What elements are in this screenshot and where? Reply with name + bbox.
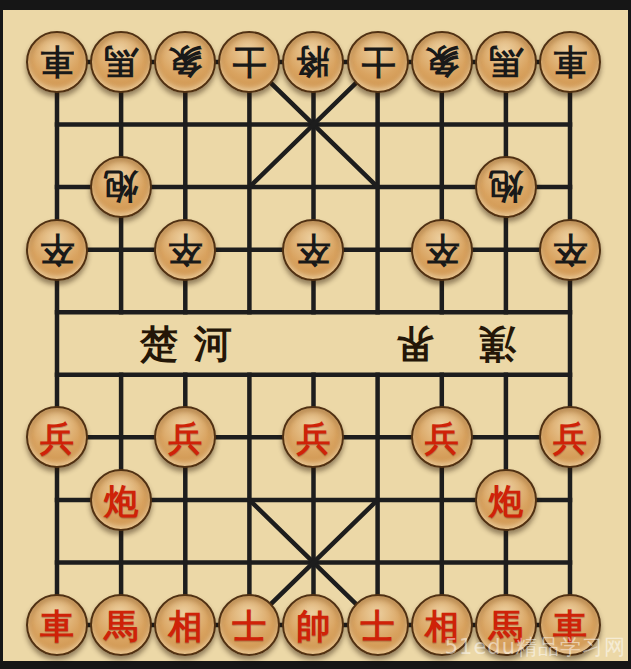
piece-glyph: 馬: [104, 609, 138, 643]
piece-layer: 車馬象士將士象馬車炮炮卒卒卒卒卒兵兵兵兵兵炮炮車馬相士帥士相馬車: [25, 31, 602, 657]
piece-glyph: 將: [296, 45, 330, 79]
piece-red-p-f3r7[interactable]: 兵: [154, 406, 216, 468]
piece-black-n-f8r1[interactable]: 馬: [475, 31, 537, 93]
xiangqi-app: 楚河 漢界 車馬象士將士象馬車炮炮卒卒卒卒卒兵兵兵兵兵炮炮車馬相士帥士相馬車 5…: [0, 0, 631, 669]
piece-red-r-f1r10[interactable]: 車: [26, 594, 88, 656]
piece-red-p-f5r7[interactable]: 兵: [282, 406, 344, 468]
watermark: 51edu精品学习网: [445, 633, 626, 661]
piece-glyph: 卒: [425, 233, 459, 267]
piece-black-p-f7r4[interactable]: 卒: [411, 219, 473, 281]
piece-glyph: 士: [232, 45, 266, 79]
piece-glyph: 兵: [553, 421, 587, 455]
piece-glyph: 帥: [296, 609, 330, 643]
piece-black-c-f2r3[interactable]: 炮: [90, 156, 152, 218]
piece-glyph: 馬: [489, 45, 523, 79]
piece-glyph: 車: [40, 609, 74, 643]
piece-glyph: 炮: [489, 170, 523, 204]
piece-red-p-f9r7[interactable]: 兵: [539, 406, 601, 468]
piece-black-a-f4r1[interactable]: 士: [218, 31, 280, 93]
piece-red-p-f7r7[interactable]: 兵: [411, 406, 473, 468]
piece-red-b-f3r10[interactable]: 相: [154, 594, 216, 656]
piece-black-r-f9r1[interactable]: 車: [539, 31, 601, 93]
piece-glyph: 兵: [40, 421, 74, 455]
piece-red-p-f1r7[interactable]: 兵: [26, 406, 88, 468]
piece-glyph: 卒: [40, 233, 74, 267]
piece-black-r-f1r1[interactable]: 車: [26, 31, 88, 93]
piece-black-k-f5r1[interactable]: 將: [282, 31, 344, 93]
piece-red-c-f8r8[interactable]: 炮: [475, 469, 537, 531]
piece-glyph: 象: [168, 45, 202, 79]
piece-glyph: 炮: [104, 484, 138, 518]
piece-black-p-f3r4[interactable]: 卒: [154, 219, 216, 281]
piece-glyph: 士: [361, 45, 395, 79]
piece-black-a-f6r1[interactable]: 士: [347, 31, 409, 93]
piece-glyph: 相: [168, 609, 202, 643]
piece-glyph: 卒: [553, 233, 587, 267]
piece-black-b-f7r1[interactable]: 象: [411, 31, 473, 93]
piece-glyph: 炮: [104, 170, 138, 204]
piece-black-b-f3r1[interactable]: 象: [154, 31, 216, 93]
piece-black-n-f2r1[interactable]: 馬: [90, 31, 152, 93]
piece-glyph: 炮: [489, 484, 523, 518]
piece-red-n-f2r10[interactable]: 馬: [90, 594, 152, 656]
piece-glyph: 兵: [296, 421, 330, 455]
piece-glyph: 車: [40, 45, 74, 79]
piece-black-p-f5r4[interactable]: 卒: [282, 219, 344, 281]
piece-red-a-f6r10[interactable]: 士: [347, 594, 409, 656]
piece-glyph: 卒: [296, 233, 330, 267]
piece-glyph: 馬: [104, 45, 138, 79]
piece-red-k-f5r10[interactable]: 帥: [282, 594, 344, 656]
piece-glyph: 卒: [168, 233, 202, 267]
piece-black-p-f9r4[interactable]: 卒: [539, 219, 601, 281]
piece-black-c-f8r3[interactable]: 炮: [475, 156, 537, 218]
piece-glyph: 象: [425, 45, 459, 79]
piece-red-c-f2r8[interactable]: 炮: [90, 469, 152, 531]
piece-glyph: 車: [553, 45, 587, 79]
piece-glyph: 兵: [168, 421, 202, 455]
piece-red-a-f4r10[interactable]: 士: [218, 594, 280, 656]
piece-glyph: 士: [361, 609, 395, 643]
piece-glyph: 兵: [425, 421, 459, 455]
piece-glyph: 士: [232, 609, 266, 643]
piece-black-p-f1r4[interactable]: 卒: [26, 219, 88, 281]
